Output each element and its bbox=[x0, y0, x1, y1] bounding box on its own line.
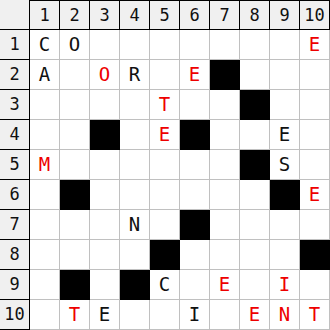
grid-cell-r9c10[interactable] bbox=[300, 270, 330, 300]
grid-cell-r10c10[interactable]: T bbox=[300, 300, 330, 330]
grid-cell-r4c9[interactable]: E bbox=[270, 120, 300, 150]
grid-cell-r1c5[interactable] bbox=[150, 30, 180, 60]
blocked-cell-r7c6 bbox=[180, 210, 210, 240]
blocked-cell-r8c5 bbox=[150, 240, 180, 270]
grid-cell-r3c5[interactable]: T bbox=[150, 90, 180, 120]
grid-cell-r2c1[interactable]: A bbox=[30, 60, 60, 90]
blocked-cell-r4c3 bbox=[90, 120, 120, 150]
grid-cell-r9c1[interactable] bbox=[30, 270, 60, 300]
grid-cell-r1c6[interactable] bbox=[180, 30, 210, 60]
grid-cell-r3c2[interactable] bbox=[60, 90, 90, 120]
grid-cell-r2c9[interactable] bbox=[270, 60, 300, 90]
grid-cell-r3c10[interactable] bbox=[300, 90, 330, 120]
grid-cell-r5c3[interactable] bbox=[90, 150, 120, 180]
grid-cell-r7c3[interactable] bbox=[90, 210, 120, 240]
grid-cell-r5c6[interactable] bbox=[180, 150, 210, 180]
grid-cell-r2c6[interactable]: E bbox=[180, 60, 210, 90]
grid-cell-r3c3[interactable] bbox=[90, 90, 120, 120]
column-header-9: 9 bbox=[270, 0, 300, 30]
grid-cell-r3c6[interactable] bbox=[180, 90, 210, 120]
column-header-5: 5 bbox=[150, 0, 180, 30]
blocked-cell-r8c10 bbox=[300, 240, 330, 270]
grid-cell-r10c7[interactable] bbox=[210, 300, 240, 330]
grid-cell-r9c3[interactable] bbox=[90, 270, 120, 300]
grid-cell-r7c2[interactable] bbox=[60, 210, 90, 240]
grid-cell-r10c3[interactable]: E bbox=[90, 300, 120, 330]
grid-cell-r9c8[interactable] bbox=[240, 270, 270, 300]
grid-cell-r6c3[interactable] bbox=[90, 180, 120, 210]
grid-cell-r7c5[interactable] bbox=[150, 210, 180, 240]
row-header-5: 5 bbox=[0, 150, 30, 180]
grid-cell-r5c5[interactable] bbox=[150, 150, 180, 180]
grid-cell-r7c8[interactable] bbox=[240, 210, 270, 240]
column-header-4: 4 bbox=[120, 0, 150, 30]
grid-cell-r1c9[interactable] bbox=[270, 30, 300, 60]
grid-cell-r9c5[interactable]: C bbox=[150, 270, 180, 300]
column-header-10: 10 bbox=[300, 0, 330, 30]
grid-cell-r7c4[interactable]: N bbox=[120, 210, 150, 240]
blocked-cell-r6c9 bbox=[270, 180, 300, 210]
grid-cell-r4c2[interactable] bbox=[60, 120, 90, 150]
column-header-1: 1 bbox=[30, 0, 60, 30]
corner-cell bbox=[0, 0, 30, 30]
grid-cell-r8c2[interactable] bbox=[60, 240, 90, 270]
grid-cell-r2c10[interactable] bbox=[300, 60, 330, 90]
grid-cell-r1c1[interactable]: C bbox=[30, 30, 60, 60]
grid-cell-r3c4[interactable] bbox=[120, 90, 150, 120]
grid-cell-r9c7[interactable]: E bbox=[210, 270, 240, 300]
row-header-6: 6 bbox=[0, 180, 30, 210]
grid-cell-r5c4[interactable] bbox=[120, 150, 150, 180]
grid-cell-r10c9[interactable]: N bbox=[270, 300, 300, 330]
grid-cell-r6c1[interactable] bbox=[30, 180, 60, 210]
grid-cell-r2c5[interactable] bbox=[150, 60, 180, 90]
row-header-7: 7 bbox=[0, 210, 30, 240]
blocked-cell-r5c8 bbox=[240, 150, 270, 180]
grid-cell-r9c9[interactable]: I bbox=[270, 270, 300, 300]
grid-cell-r4c1[interactable] bbox=[30, 120, 60, 150]
grid-cell-r8c6[interactable] bbox=[180, 240, 210, 270]
row-header-2: 2 bbox=[0, 60, 30, 90]
column-header-7: 7 bbox=[210, 0, 240, 30]
column-header-8: 8 bbox=[240, 0, 270, 30]
grid-cell-r5c9[interactable]: S bbox=[270, 150, 300, 180]
grid-cell-r4c8[interactable] bbox=[240, 120, 270, 150]
grid-cell-r8c9[interactable] bbox=[270, 240, 300, 270]
grid-cell-r4c10[interactable] bbox=[300, 120, 330, 150]
blocked-cell-r6c2 bbox=[60, 180, 90, 210]
row-header-3: 3 bbox=[0, 90, 30, 120]
grid-cell-r5c1[interactable]: M bbox=[30, 150, 60, 180]
grid-cell-r8c4[interactable] bbox=[120, 240, 150, 270]
column-header-2: 2 bbox=[60, 0, 90, 30]
grid-cell-r1c8[interactable] bbox=[240, 30, 270, 60]
grid-cell-r2c2[interactable] bbox=[60, 60, 90, 90]
grid-cell-r1c7[interactable] bbox=[210, 30, 240, 60]
blocked-cell-r3c8 bbox=[240, 90, 270, 120]
row-header-9: 9 bbox=[0, 270, 30, 300]
grid-cell-r2c4[interactable]: R bbox=[120, 60, 150, 90]
grid-cell-r7c9[interactable] bbox=[270, 210, 300, 240]
grid-cell-r7c7[interactable] bbox=[210, 210, 240, 240]
grid-cell-r10c4[interactable] bbox=[120, 300, 150, 330]
grid-cell-r10c2[interactable]: T bbox=[60, 300, 90, 330]
grid-cell-r1c3[interactable] bbox=[90, 30, 120, 60]
grid-cell-r6c10[interactable]: E bbox=[300, 180, 330, 210]
grid-cell-r7c1[interactable] bbox=[30, 210, 60, 240]
grid-cell-r6c5[interactable] bbox=[150, 180, 180, 210]
row-header-1: 1 bbox=[0, 30, 30, 60]
grid-cell-r5c7[interactable] bbox=[210, 150, 240, 180]
grid-cell-r3c7[interactable] bbox=[210, 90, 240, 120]
blocked-cell-r4c6 bbox=[180, 120, 210, 150]
grid-cell-r1c10[interactable]: E bbox=[300, 30, 330, 60]
grid-cell-r2c8[interactable] bbox=[240, 60, 270, 90]
crossword-board: 123456789101COE2AORE3T4EE5MS6E7N89CEI10T… bbox=[0, 0, 330, 330]
grid-cell-r10c8[interactable]: E bbox=[240, 300, 270, 330]
grid-cell-r5c2[interactable] bbox=[60, 150, 90, 180]
grid-cell-r1c2[interactable]: O bbox=[60, 30, 90, 60]
grid-cell-r10c6[interactable]: I bbox=[180, 300, 210, 330]
grid-cell-r8c3[interactable] bbox=[90, 240, 120, 270]
grid-cell-r6c4[interactable] bbox=[120, 180, 150, 210]
row-header-10: 10 bbox=[0, 300, 30, 330]
grid-cell-r8c1[interactable] bbox=[30, 240, 60, 270]
grid-cell-r5c10[interactable] bbox=[300, 150, 330, 180]
grid-cell-r4c5[interactable]: E bbox=[150, 120, 180, 150]
blocked-cell-r9c4 bbox=[120, 270, 150, 300]
grid-cell-r8c7[interactable] bbox=[210, 240, 240, 270]
grid-cell-r6c6[interactable] bbox=[180, 180, 210, 210]
grid-cell-r10c1[interactable] bbox=[30, 300, 60, 330]
grid-cell-r2c3[interactable]: O bbox=[90, 60, 120, 90]
grid-cell-r6c7[interactable] bbox=[210, 180, 240, 210]
row-header-8: 8 bbox=[0, 240, 30, 270]
grid-cell-r4c4[interactable] bbox=[120, 120, 150, 150]
grid-cell-r4c7[interactable] bbox=[210, 120, 240, 150]
blocked-cell-r2c7 bbox=[210, 60, 240, 90]
grid-cell-r8c8[interactable] bbox=[240, 240, 270, 270]
grid-cell-r7c10[interactable] bbox=[300, 210, 330, 240]
column-header-3: 3 bbox=[90, 0, 120, 30]
grid-cell-r6c8[interactable] bbox=[240, 180, 270, 210]
column-header-6: 6 bbox=[180, 0, 210, 30]
grid-cell-r1c4[interactable] bbox=[120, 30, 150, 60]
grid-cell-r3c1[interactable] bbox=[30, 90, 60, 120]
grid-cell-r3c9[interactable] bbox=[270, 90, 300, 120]
grid-cell-r9c6[interactable] bbox=[180, 270, 210, 300]
row-header-4: 4 bbox=[0, 120, 30, 150]
grid-cell-r10c5[interactable] bbox=[150, 300, 180, 330]
blocked-cell-r9c2 bbox=[60, 270, 90, 300]
